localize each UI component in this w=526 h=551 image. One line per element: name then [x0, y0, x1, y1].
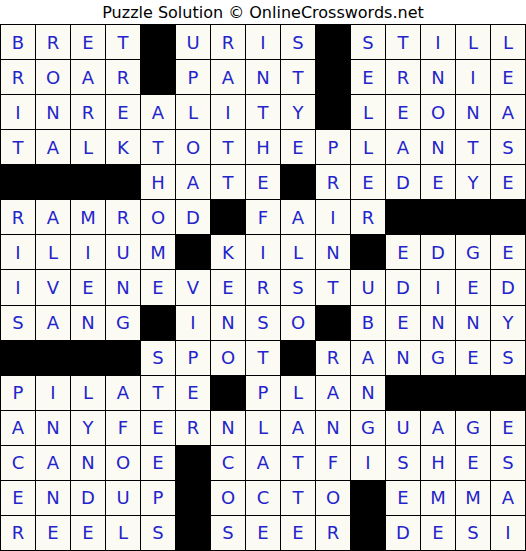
letter-cell: E	[1, 481, 36, 516]
letter-cell: D	[491, 270, 526, 305]
black-cell	[176, 446, 211, 481]
letter-cell: U	[106, 235, 141, 270]
letter-cell: N	[71, 306, 106, 341]
letter-cell: L	[246, 411, 281, 446]
letter-cell: S	[491, 446, 526, 481]
letter-cell: D	[421, 235, 456, 270]
letter-cell: H	[421, 446, 456, 481]
letter-cell: S	[141, 516, 176, 551]
crossword-grid: BRETURISSTILLROARPANTERNIEINREALITYLEONA…	[0, 24, 526, 551]
letter-cell: E	[386, 235, 421, 270]
letter-cell: A	[281, 200, 316, 235]
letter-cell: B	[1, 25, 36, 60]
letter-cell: S	[141, 341, 176, 376]
letter-cell: A	[176, 165, 211, 200]
black-cell	[456, 200, 491, 235]
letter-cell: T	[316, 270, 351, 305]
letter-cell: G	[421, 341, 456, 376]
letter-cell: H	[141, 165, 176, 200]
letter-cell: E	[456, 270, 491, 305]
black-cell	[141, 306, 176, 341]
letter-cell: T	[211, 165, 246, 200]
letter-cell: I	[316, 200, 351, 235]
letter-cell: E	[421, 516, 456, 551]
letter-cell: R	[1, 516, 36, 551]
black-cell	[421, 200, 456, 235]
letter-cell: P	[176, 341, 211, 376]
letter-cell: N	[421, 60, 456, 95]
letter-cell: E	[491, 60, 526, 95]
letter-cell: O	[106, 446, 141, 481]
letter-cell: R	[316, 516, 351, 551]
black-cell	[1, 341, 36, 376]
letter-cell: C	[246, 481, 281, 516]
letter-cell: N	[456, 306, 491, 341]
letter-cell: S	[1, 306, 36, 341]
letter-cell: E	[211, 270, 246, 305]
black-cell	[351, 235, 386, 270]
letter-cell: D	[71, 481, 106, 516]
letter-cell: K	[211, 235, 246, 270]
letter-cell: E	[386, 95, 421, 130]
letter-cell: I	[71, 235, 106, 270]
letter-cell: N	[36, 95, 71, 130]
letter-cell: N	[211, 306, 246, 341]
letter-cell: N	[351, 376, 386, 411]
letter-cell: L	[281, 235, 316, 270]
letter-cell: R	[106, 200, 141, 235]
letter-cell: I	[421, 25, 456, 60]
letter-cell: N	[71, 446, 106, 481]
black-cell	[1, 165, 36, 200]
letter-cell: Y	[281, 95, 316, 130]
letter-cell: A	[71, 60, 106, 95]
letter-cell: U	[351, 270, 386, 305]
letter-cell: N	[246, 60, 281, 95]
letter-cell: D	[176, 200, 211, 235]
letter-cell: P	[141, 481, 176, 516]
letter-cell: O	[316, 481, 351, 516]
letter-cell: E	[281, 516, 316, 551]
letter-cell: A	[211, 60, 246, 95]
letter-cell: E	[421, 165, 456, 200]
letter-cell: U	[386, 411, 421, 446]
letter-cell: T	[386, 25, 421, 60]
letter-cell: B	[351, 306, 386, 341]
letter-cell: E	[71, 270, 106, 305]
letter-cell: I	[1, 95, 36, 130]
letter-cell: L	[71, 376, 106, 411]
letter-cell: G	[106, 306, 141, 341]
letter-cell: R	[1, 200, 36, 235]
letter-cell: A	[106, 376, 141, 411]
letter-cell: E	[456, 446, 491, 481]
letter-cell: E	[71, 516, 106, 551]
letter-cell: T	[281, 446, 316, 481]
black-cell	[351, 481, 386, 516]
letter-cell: R	[71, 95, 106, 130]
letter-cell: E	[246, 516, 281, 551]
letter-cell: E	[351, 165, 386, 200]
letter-cell: S	[281, 25, 316, 60]
letter-cell: R	[211, 25, 246, 60]
letter-cell: Y	[491, 306, 526, 341]
black-cell	[106, 341, 141, 376]
letter-cell: D	[386, 165, 421, 200]
letter-cell: E	[491, 411, 526, 446]
letter-cell: I	[351, 446, 386, 481]
letter-cell: E	[456, 341, 491, 376]
black-cell	[141, 60, 176, 95]
letter-cell: E	[351, 60, 386, 95]
letter-cell: V	[176, 270, 211, 305]
black-cell	[71, 165, 106, 200]
letter-cell: D	[386, 270, 421, 305]
letter-cell: A	[351, 341, 386, 376]
letter-cell: O	[36, 60, 71, 95]
letter-cell: I	[1, 270, 36, 305]
letter-cell: T	[281, 481, 316, 516]
letter-cell: E	[386, 306, 421, 341]
letter-cell: P	[1, 376, 36, 411]
black-cell	[316, 60, 351, 95]
letter-cell: E	[71, 25, 106, 60]
black-cell	[106, 165, 141, 200]
black-cell	[36, 165, 71, 200]
letter-cell: L	[491, 25, 526, 60]
letter-cell: S	[386, 446, 421, 481]
letter-cell: E	[141, 446, 176, 481]
letter-cell: A	[316, 376, 351, 411]
black-cell	[176, 516, 211, 551]
letter-cell: N	[421, 306, 456, 341]
letter-cell: E	[141, 411, 176, 446]
letter-cell: L	[351, 95, 386, 130]
letter-cell: U	[106, 481, 141, 516]
letter-cell: I	[176, 306, 211, 341]
letter-cell: O	[421, 95, 456, 130]
letter-cell: S	[281, 270, 316, 305]
letter-cell: S	[211, 516, 246, 551]
letter-cell: C	[211, 446, 246, 481]
letter-cell: A	[36, 306, 71, 341]
letter-cell: L	[36, 235, 71, 270]
letter-cell: S	[491, 341, 526, 376]
black-cell	[176, 481, 211, 516]
letter-cell: I	[36, 376, 71, 411]
letter-cell: O	[211, 481, 246, 516]
letter-cell: G	[351, 411, 386, 446]
letter-cell: I	[456, 60, 491, 95]
letter-cell: I	[246, 25, 281, 60]
letter-cell: R	[386, 60, 421, 95]
letter-cell: I	[1, 235, 36, 270]
letter-cell: T	[1, 130, 36, 165]
black-cell	[316, 25, 351, 60]
letter-cell: F	[246, 200, 281, 235]
letter-cell: I	[246, 235, 281, 270]
letter-cell: P	[176, 60, 211, 95]
letter-cell: F	[106, 411, 141, 446]
letter-cell: R	[106, 60, 141, 95]
letter-cell: R	[316, 341, 351, 376]
black-cell	[491, 376, 526, 411]
letter-cell: N	[316, 411, 351, 446]
letter-cell: I	[421, 270, 456, 305]
letter-cell: L	[71, 130, 106, 165]
letter-cell: K	[106, 130, 141, 165]
letter-cell: N	[421, 130, 456, 165]
letter-cell: V	[36, 270, 71, 305]
letter-cell: R	[316, 165, 351, 200]
letter-cell: M	[71, 200, 106, 235]
letter-cell: N	[36, 481, 71, 516]
letter-cell: L	[106, 516, 141, 551]
letter-cell: A	[281, 411, 316, 446]
letter-cell: L	[456, 25, 491, 60]
letter-cell: G	[456, 235, 491, 270]
black-cell	[141, 25, 176, 60]
black-cell	[386, 376, 421, 411]
letter-cell: T	[211, 130, 246, 165]
letter-cell: L	[281, 376, 316, 411]
letter-cell: A	[36, 200, 71, 235]
black-cell	[316, 95, 351, 130]
letter-cell: U	[176, 25, 211, 60]
letter-cell: M	[421, 481, 456, 516]
letter-cell: I	[491, 516, 526, 551]
letter-cell: T	[246, 341, 281, 376]
letter-cell: A	[491, 481, 526, 516]
letter-cell: G	[456, 411, 491, 446]
letter-cell: E	[141, 270, 176, 305]
letter-cell: A	[1, 411, 36, 446]
black-cell	[211, 200, 246, 235]
letter-cell: M	[141, 235, 176, 270]
black-cell	[36, 341, 71, 376]
letter-cell: N	[211, 411, 246, 446]
black-cell	[71, 341, 106, 376]
black-cell	[281, 165, 316, 200]
letter-cell: S	[351, 25, 386, 60]
letter-cell: O	[176, 130, 211, 165]
letter-cell: H	[246, 130, 281, 165]
letter-cell: T	[141, 130, 176, 165]
letter-cell: A	[421, 411, 456, 446]
letter-cell: A	[36, 130, 71, 165]
black-cell	[316, 306, 351, 341]
letter-cell: T	[281, 60, 316, 95]
letter-cell: L	[351, 130, 386, 165]
black-cell	[176, 235, 211, 270]
letter-cell: E	[106, 95, 141, 130]
letter-cell: S	[456, 516, 491, 551]
letter-cell: E	[281, 130, 316, 165]
letter-cell: E	[176, 376, 211, 411]
letter-cell: A	[491, 95, 526, 130]
letter-cell: P	[246, 376, 281, 411]
letter-cell: I	[211, 95, 246, 130]
letter-cell: O	[211, 341, 246, 376]
letter-cell: A	[36, 446, 71, 481]
letter-cell: O	[141, 200, 176, 235]
letter-cell: F	[316, 446, 351, 481]
letter-cell: T	[246, 95, 281, 130]
letter-cell: R	[351, 200, 386, 235]
black-cell	[421, 376, 456, 411]
letter-cell: N	[386, 341, 421, 376]
letter-cell: R	[1, 60, 36, 95]
letter-cell: N	[316, 235, 351, 270]
black-cell	[211, 376, 246, 411]
letter-cell: P	[316, 130, 351, 165]
letter-cell: N	[106, 270, 141, 305]
letter-cell: C	[1, 446, 36, 481]
letter-cell: A	[141, 95, 176, 130]
letter-cell: E	[386, 481, 421, 516]
letter-cell: S	[491, 130, 526, 165]
black-cell	[491, 200, 526, 235]
page-title: Puzzle Solution © OnlineCrosswords.net	[0, 0, 526, 24]
letter-cell: E	[36, 516, 71, 551]
letter-cell: T	[456, 130, 491, 165]
letter-cell: S	[246, 306, 281, 341]
letter-cell: N	[36, 411, 71, 446]
black-cell	[386, 200, 421, 235]
letter-cell: D	[386, 516, 421, 551]
letter-cell: A	[246, 446, 281, 481]
black-cell	[281, 341, 316, 376]
letter-cell: M	[456, 481, 491, 516]
letter-cell: R	[176, 411, 211, 446]
letter-cell: N	[456, 95, 491, 130]
black-cell	[456, 376, 491, 411]
black-cell	[351, 516, 386, 551]
letter-cell: T	[141, 376, 176, 411]
letter-cell: L	[176, 95, 211, 130]
letter-cell: O	[281, 306, 316, 341]
letter-cell: E	[491, 165, 526, 200]
letter-cell: A	[386, 130, 421, 165]
letter-cell: R	[246, 270, 281, 305]
letter-cell: T	[106, 25, 141, 60]
letter-cell: E	[491, 235, 526, 270]
letter-cell: Y	[71, 411, 106, 446]
letter-cell: Y	[456, 165, 491, 200]
letter-cell: R	[36, 25, 71, 60]
letter-cell: E	[246, 165, 281, 200]
